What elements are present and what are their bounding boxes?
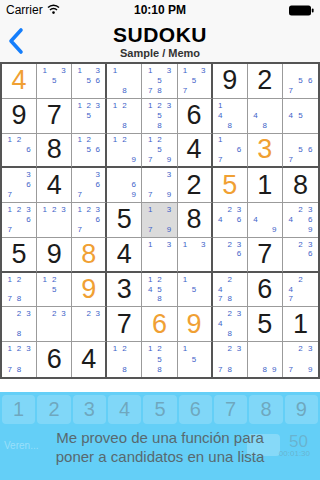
cell-r2c3[interactable]: 1235 xyxy=(72,99,107,134)
candidate-9: 9 xyxy=(305,225,315,235)
candidate-6 xyxy=(234,111,243,121)
candidate-3 xyxy=(129,101,138,111)
candidate-grid: 125 xyxy=(37,273,71,307)
candidate-7 xyxy=(40,295,49,305)
cell-r7c7[interactable]: 2478 xyxy=(213,273,248,308)
cell-r2c4[interactable]: 128 xyxy=(107,99,142,134)
candidate-2 xyxy=(84,170,93,180)
candidate-5 xyxy=(225,319,234,329)
candidate-3: 3 xyxy=(59,66,68,76)
given-digit: 4 xyxy=(47,172,62,199)
candidate-2 xyxy=(225,136,234,146)
candidate-3: 3 xyxy=(24,309,33,319)
cell-r5c8[interactable]: 49 xyxy=(248,203,283,238)
candidate-grid: 12367 xyxy=(2,203,36,237)
cell-r4c3[interactable]: 367 xyxy=(72,168,107,203)
candidate-7: 7 xyxy=(286,86,296,96)
candidate-1: 1 xyxy=(110,136,119,146)
tutorial-message: Me proveo de una función para poner a ca… xyxy=(35,428,285,466)
candidate-1: 1 xyxy=(145,240,154,250)
cell-r5c3[interactable]: 12367 xyxy=(72,203,107,238)
numpad-1[interactable]: 1 xyxy=(2,395,35,424)
given-digit: 6 xyxy=(257,276,272,303)
candidate-6 xyxy=(24,285,33,295)
cell-r9c5[interactable]: 1258 xyxy=(142,342,177,377)
cell-r1c1[interactable]: 4 xyxy=(2,64,37,99)
candidate-4 xyxy=(75,111,84,121)
cell-r8c1[interactable]: 238 xyxy=(2,307,37,342)
candidate-8: 8 xyxy=(225,295,234,305)
candidate-9: 9 xyxy=(129,155,138,165)
cell-r6c1[interactable]: 5 xyxy=(2,238,37,273)
candidate-7 xyxy=(40,329,49,339)
candidate-8 xyxy=(84,121,93,131)
candidate-5: 5 xyxy=(49,285,58,295)
candidate-grid: 45 xyxy=(283,99,318,133)
candidate-1 xyxy=(40,309,49,319)
cell-r5c1[interactable]: 12367 xyxy=(2,203,37,238)
candidate-2: 2 xyxy=(84,101,93,111)
candidate-7 xyxy=(181,295,190,305)
candidate-7 xyxy=(75,86,84,96)
cell-r8c8[interactable]: 5 xyxy=(248,307,283,342)
placed-digit: 8 xyxy=(81,241,96,268)
candidate-9 xyxy=(59,225,68,235)
cell-r2c7[interactable]: 148 xyxy=(213,99,248,134)
cell-r4c4[interactable]: 69 xyxy=(107,168,142,203)
candidate-2 xyxy=(155,66,164,76)
candidate-8 xyxy=(296,155,306,165)
candidate-5 xyxy=(260,354,269,364)
cell-r4c2[interactable]: 4 xyxy=(37,168,72,203)
candidate-7: 7 xyxy=(5,295,14,305)
candidate-6 xyxy=(24,354,33,364)
candidate-8 xyxy=(14,155,23,165)
cell-r7c5[interactable]: 12458 xyxy=(142,273,177,308)
candidate-4 xyxy=(145,111,154,121)
candidate-2 xyxy=(190,240,199,250)
candidate-6: 6 xyxy=(234,249,243,259)
candidate-2 xyxy=(120,66,129,76)
cell-r3c2[interactable]: 8 xyxy=(37,134,72,169)
candidate-9: 9 xyxy=(164,190,173,200)
candidate-5 xyxy=(84,215,93,225)
cell-r6c3[interactable]: 8 xyxy=(72,238,107,273)
cell-r3c6[interactable]: 4 xyxy=(178,134,213,169)
candidate-8: 8 xyxy=(14,329,23,339)
candidate-4 xyxy=(286,354,296,364)
cell-r9c6[interactable]: 15 xyxy=(178,342,213,377)
cell-r9c9[interactable]: 2379 xyxy=(283,342,318,377)
candidate-6: 6 xyxy=(93,145,102,155)
candidate-6: 6 xyxy=(305,215,315,225)
candidate-grid: 367 xyxy=(2,168,36,202)
cell-r9c2[interactable]: 6 xyxy=(37,342,72,377)
candidate-1: 1 xyxy=(40,205,49,215)
cell-r4c8[interactable]: 1 xyxy=(248,168,283,203)
candidate-2: 2 xyxy=(155,275,164,285)
candidate-2: 2 xyxy=(49,275,58,285)
candidate-3 xyxy=(59,275,68,285)
candidate-2: 2 xyxy=(84,309,93,319)
candidate-1: 1 xyxy=(145,275,154,285)
cell-r9c7[interactable]: 2378 xyxy=(213,342,248,377)
cell-r8c3[interactable]: 23 xyxy=(72,307,107,342)
cell-r4c7[interactable]: 5 xyxy=(213,168,248,203)
candidate-grid: 236 xyxy=(283,238,318,271)
cell-r1c2[interactable]: 135 xyxy=(37,64,72,99)
cell-r2c6[interactable]: 6 xyxy=(178,99,213,134)
cell-r4c6[interactable]: 2 xyxy=(178,168,213,203)
candidate-9 xyxy=(24,155,33,165)
cell-r3c4[interactable]: 129 xyxy=(107,134,142,169)
candidate-6: 6 xyxy=(24,215,33,225)
given-digit: 2 xyxy=(257,67,272,94)
candidate-9 xyxy=(164,365,173,375)
candidate-9 xyxy=(305,295,315,305)
candidate-8 xyxy=(84,190,93,200)
candidate-8 xyxy=(296,259,306,269)
cell-r1c5[interactable]: 13578 xyxy=(142,64,177,99)
candidate-3 xyxy=(164,136,173,146)
candidate-6 xyxy=(199,76,208,86)
cell-r6c9[interactable]: 236 xyxy=(283,238,318,273)
numpad-9[interactable]: 9 xyxy=(285,395,318,424)
candidate-9 xyxy=(234,155,243,165)
candidate-9 xyxy=(24,190,33,200)
candidate-9 xyxy=(129,86,138,96)
candidate-6: 6 xyxy=(305,76,315,86)
placed-digit: 6 xyxy=(152,311,167,338)
cell-r2c2[interactable]: 7 xyxy=(37,99,72,134)
candidate-5 xyxy=(84,180,93,190)
candidate-5: 5 xyxy=(296,145,306,155)
candidate-2: 2 xyxy=(14,205,23,215)
cell-r3c5[interactable]: 12579 xyxy=(142,134,177,169)
cell-r1c6[interactable]: 1357 xyxy=(178,64,213,99)
candidate-7: 7 xyxy=(216,365,225,375)
candidate-9: 9 xyxy=(270,225,279,235)
candidate-5: 5 xyxy=(190,76,199,86)
cell-r8c6[interactable]: 9 xyxy=(178,307,213,342)
cell-r6c2[interactable]: 9 xyxy=(37,238,72,273)
cell-r2c5[interactable]: 12358 xyxy=(142,99,177,134)
candidate-grid: 2379 xyxy=(283,342,318,377)
candidate-3 xyxy=(129,344,138,354)
candidate-4 xyxy=(181,76,190,86)
cell-r1c9[interactable]: 567 xyxy=(283,64,318,99)
candidate-grid: 2478 xyxy=(213,273,247,307)
candidate-1 xyxy=(75,170,84,180)
candidate-5 xyxy=(14,319,23,329)
cell-r3c1[interactable]: 126 xyxy=(2,134,37,169)
numpad-5[interactable]: 5 xyxy=(143,395,176,424)
candidate-9 xyxy=(93,121,102,131)
cell-r5c6[interactable]: 8 xyxy=(178,203,213,238)
candidate-4 xyxy=(5,145,14,155)
candidate-1: 1 xyxy=(40,66,49,76)
cell-r1c8[interactable]: 2 xyxy=(248,64,283,99)
candidate-9 xyxy=(199,365,208,375)
placed-digit: 4 xyxy=(12,67,27,94)
cell-r3c9[interactable]: 567 xyxy=(283,134,318,169)
candidate-3 xyxy=(93,136,102,146)
candidate-grid: 238 xyxy=(2,307,36,341)
given-digit: 5 xyxy=(12,241,27,268)
candidate-3: 3 xyxy=(24,205,33,215)
candidate-4 xyxy=(75,215,84,225)
given-digit: 6 xyxy=(47,346,62,373)
candidate-3: 3 xyxy=(234,344,243,354)
candidate-1: 1 xyxy=(5,275,14,285)
candidate-4 xyxy=(181,249,190,259)
cell-r5c4[interactable]: 5 xyxy=(107,203,142,238)
cell-r5c5[interactable]: 1379 xyxy=(142,203,177,238)
candidate-5 xyxy=(190,249,199,259)
candidate-7 xyxy=(40,86,49,96)
candidate-3: 3 xyxy=(305,205,315,215)
sudoku-board: 4135135618135781357925679712351281235861… xyxy=(0,62,320,379)
candidate-8 xyxy=(190,295,199,305)
numpad-7[interactable]: 7 xyxy=(214,395,247,424)
candidate-9 xyxy=(199,259,208,269)
candidate-7: 7 xyxy=(145,155,154,165)
cell-r9c1[interactable]: 12378 xyxy=(2,342,37,377)
status-bar: Carrier 10:10 PM xyxy=(0,0,320,20)
candidate-1: 1 xyxy=(181,240,190,250)
candidate-grid: 69 xyxy=(107,168,141,202)
candidate-7 xyxy=(251,225,260,235)
placed-digit: 3 xyxy=(257,136,272,163)
candidate-1: 1 xyxy=(75,101,84,111)
candidate-7 xyxy=(181,259,190,269)
candidate-7: 7 xyxy=(145,86,154,96)
cell-r8c2[interactable]: 23 xyxy=(37,307,72,342)
numpad-8[interactable]: 8 xyxy=(249,395,282,424)
candidate-9 xyxy=(199,86,208,96)
cell-r8c5[interactable]: 6 xyxy=(142,307,177,342)
candidate-6 xyxy=(234,285,243,295)
candidate-4 xyxy=(5,319,14,329)
cell-r3c3[interactable]: 1256 xyxy=(72,134,107,169)
placed-digit: 9 xyxy=(187,311,202,338)
candidate-grid: 13 xyxy=(178,238,211,271)
cell-r2c8[interactable]: 48 xyxy=(248,99,283,134)
candidate-5: 5 xyxy=(155,76,164,86)
candidate-8 xyxy=(49,86,58,96)
candidate-5 xyxy=(120,145,129,155)
candidate-3 xyxy=(199,344,208,354)
candidate-1 xyxy=(216,309,225,319)
candidate-2: 2 xyxy=(296,344,306,354)
candidate-4 xyxy=(75,145,84,155)
candidate-7 xyxy=(75,329,84,339)
candidate-1 xyxy=(286,66,296,76)
candidate-9 xyxy=(93,155,102,165)
candidate-4 xyxy=(286,249,296,259)
cell-r8c9[interactable]: 1 xyxy=(283,307,318,342)
candidate-grid: 13578 xyxy=(142,64,176,98)
cell-r7c1[interactable]: 1278 xyxy=(2,273,37,308)
candidate-6 xyxy=(59,285,68,295)
candidate-8 xyxy=(84,155,93,165)
candidate-6 xyxy=(164,145,173,155)
candidate-5: 5 xyxy=(155,145,164,155)
cell-r4c1[interactable]: 367 xyxy=(2,168,37,203)
candidate-4 xyxy=(181,354,190,364)
candidate-2 xyxy=(260,205,269,215)
candidate-7 xyxy=(110,121,119,131)
cell-r5c9[interactable]: 23469 xyxy=(283,203,318,238)
cell-r4c5[interactable]: 379 xyxy=(142,168,177,203)
candidate-grid: 2378 xyxy=(213,342,247,377)
cell-r2c9[interactable]: 45 xyxy=(283,99,318,134)
candidate-5 xyxy=(260,215,269,225)
candidate-1: 1 xyxy=(181,344,190,354)
cell-r9c4[interactable]: 128 xyxy=(107,342,142,377)
candidate-1: 1 xyxy=(181,66,190,76)
candidate-3: 3 xyxy=(305,344,315,354)
candidate-7 xyxy=(5,329,14,339)
cell-r6c7[interactable]: 236 xyxy=(213,238,248,273)
candidate-4: 4 xyxy=(286,215,296,225)
candidate-9 xyxy=(164,259,173,269)
cell-r6c4[interactable]: 4 xyxy=(107,238,142,273)
candidate-6 xyxy=(129,145,138,155)
candidate-5: 5 xyxy=(296,111,306,121)
candidate-1: 1 xyxy=(145,136,154,146)
candidate-6: 6 xyxy=(93,76,102,86)
candidate-9 xyxy=(305,155,315,165)
candidate-8: 8 xyxy=(155,86,164,96)
numpad-2[interactable]: 2 xyxy=(37,395,70,424)
candidate-grid: 12358 xyxy=(142,99,176,133)
candidate-2 xyxy=(260,101,269,111)
candidate-grid: 23 xyxy=(37,307,71,341)
candidate-4 xyxy=(145,249,154,259)
candidate-2: 2 xyxy=(296,205,306,215)
candidate-1 xyxy=(251,101,260,111)
candidate-1: 1 xyxy=(40,275,49,285)
candidate-9 xyxy=(93,225,102,235)
candidate-4: 4 xyxy=(251,215,260,225)
cell-r9c8[interactable]: 89 xyxy=(248,342,283,377)
candidate-1: 1 xyxy=(75,205,84,215)
candidate-5: 5 xyxy=(296,76,306,86)
candidate-5 xyxy=(225,111,234,121)
candidate-7 xyxy=(40,225,49,235)
candidate-7: 7 xyxy=(145,190,154,200)
candidate-4 xyxy=(145,180,154,190)
candidate-6 xyxy=(234,354,243,364)
candidate-5: 5 xyxy=(49,76,58,86)
candidate-8 xyxy=(84,225,93,235)
cell-r7c2[interactable]: 125 xyxy=(37,273,72,308)
candidate-8 xyxy=(190,259,199,269)
candidate-3 xyxy=(129,170,138,180)
candidate-7: 7 xyxy=(145,225,154,235)
candidate-4: 4 xyxy=(145,285,154,295)
candidate-5 xyxy=(49,319,58,329)
cell-r1c7[interactable]: 9 xyxy=(213,64,248,99)
candidate-7 xyxy=(110,86,119,96)
candidate-4 xyxy=(110,180,119,190)
candidate-7: 7 xyxy=(75,190,84,200)
numpad-4[interactable]: 4 xyxy=(108,395,141,424)
candidate-2: 2 xyxy=(155,101,164,111)
candidate-1 xyxy=(251,205,260,215)
battery-icon xyxy=(289,5,314,16)
numpad-3[interactable]: 3 xyxy=(73,395,106,424)
candidate-9: 9 xyxy=(164,155,173,165)
candidate-3: 3 xyxy=(164,170,173,180)
cell-r7c4[interactable]: 3 xyxy=(107,273,142,308)
cell-r2c1[interactable]: 9 xyxy=(2,99,37,134)
candidate-1 xyxy=(286,136,296,146)
cell-r3c8[interactable]: 3 xyxy=(248,134,283,169)
candidate-2: 2 xyxy=(120,344,129,354)
cell-r9c3[interactable]: 4 xyxy=(72,342,107,377)
candidate-7 xyxy=(286,259,296,269)
candidate-3 xyxy=(305,66,315,76)
cell-r6c5[interactable]: 13 xyxy=(142,238,177,273)
candidate-6 xyxy=(164,76,173,86)
candidate-9: 9 xyxy=(164,225,173,235)
placed-digit: 5 xyxy=(222,172,237,199)
candidate-4 xyxy=(145,354,154,364)
candidate-1 xyxy=(110,170,119,180)
candidate-3: 3 xyxy=(164,66,173,76)
cell-r1c3[interactable]: 1356 xyxy=(72,64,107,99)
candidate-6 xyxy=(270,354,279,364)
candidate-2: 2 xyxy=(84,205,93,215)
candidate-2: 2 xyxy=(225,309,234,319)
cell-r6c8[interactable]: 7 xyxy=(248,238,283,273)
candidate-grid: 367 xyxy=(72,168,105,202)
tutorial-overlay[interactable]: 123456789 Veren... Me proveo de una func… xyxy=(0,392,320,480)
candidate-8 xyxy=(296,121,306,131)
cell-r7c3[interactable]: 9 xyxy=(72,273,107,308)
candidate-3 xyxy=(129,66,138,76)
cell-r5c2[interactable]: 123 xyxy=(37,203,72,238)
candidate-1: 1 xyxy=(145,66,154,76)
cell-r8c7[interactable]: 2348 xyxy=(213,307,248,342)
cell-r3c7[interactable]: 167 xyxy=(213,134,248,169)
candidate-grid: 12367 xyxy=(72,203,105,237)
candidate-6: 6 xyxy=(305,249,315,259)
given-digit: 2 xyxy=(187,172,202,199)
cell-r8c4[interactable]: 7 xyxy=(107,307,142,342)
numpad-6[interactable]: 6 xyxy=(179,395,212,424)
candidate-6 xyxy=(234,319,243,329)
candidate-4 xyxy=(75,319,84,329)
candidate-7: 7 xyxy=(5,190,14,200)
candidate-grid: 1356 xyxy=(72,64,105,98)
cell-r7c6[interactable]: 15 xyxy=(178,273,213,308)
candidate-3 xyxy=(199,275,208,285)
candidate-8: 8 xyxy=(155,365,164,375)
cell-r7c8[interactable]: 6 xyxy=(248,273,283,308)
candidate-2 xyxy=(120,170,129,180)
candidate-3: 3 xyxy=(59,205,68,215)
cell-r4c9[interactable]: 8 xyxy=(283,168,318,203)
cell-r5c7[interactable]: 2346 xyxy=(213,203,248,238)
cell-r6c6[interactable]: 13 xyxy=(178,238,213,273)
candidate-2 xyxy=(296,136,306,146)
cell-r1c4[interactable]: 18 xyxy=(107,64,142,99)
candidate-7: 7 xyxy=(75,225,84,235)
cell-r7c9[interactable]: 247 xyxy=(283,273,318,308)
